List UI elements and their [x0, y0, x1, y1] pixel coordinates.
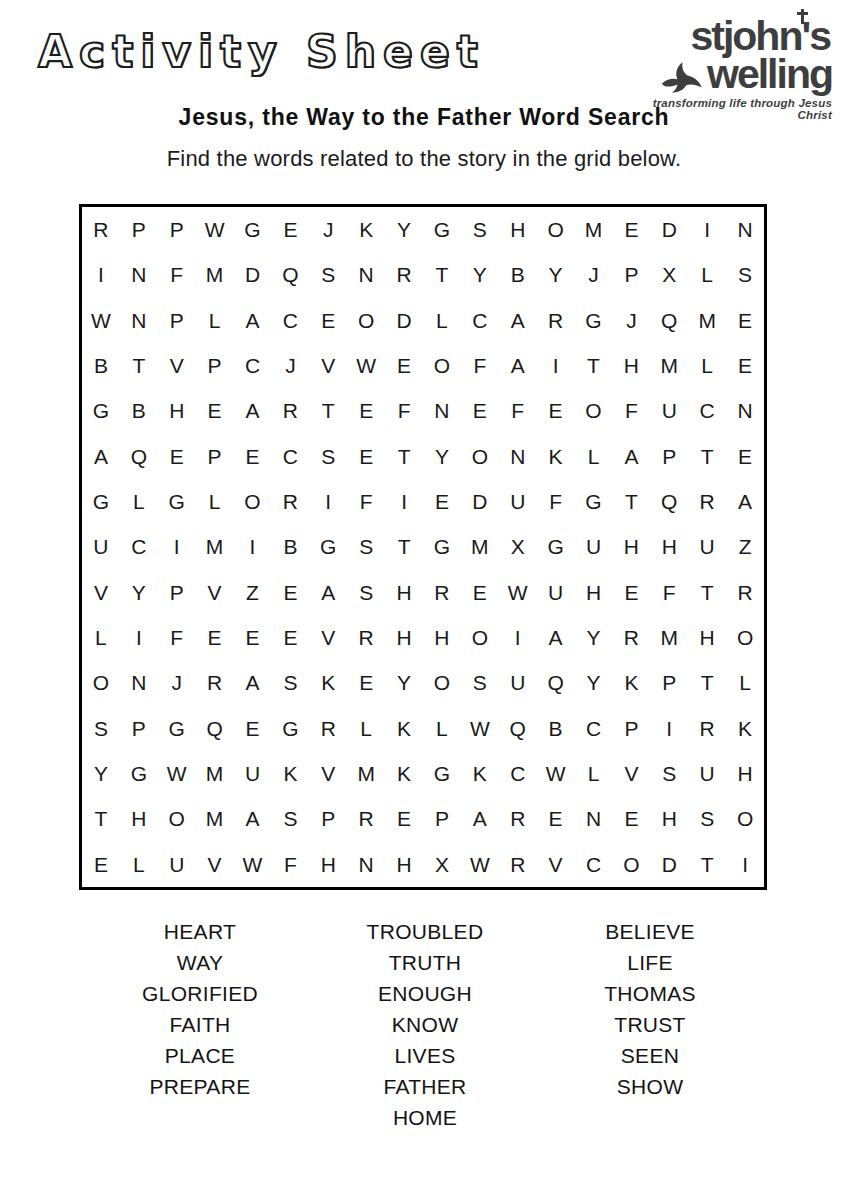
grid-cell-r5c16: U [650, 388, 688, 433]
grid-cell-r8c8: S [347, 524, 385, 569]
grid-cell-r7c18: A [726, 479, 764, 524]
grid-cell-r11c7: K [309, 660, 347, 705]
grid-cell-r5c18: N [726, 388, 764, 433]
grid-cell-r6c18: E [726, 434, 764, 479]
grid-cell-r14c10: P [423, 796, 461, 841]
grid-cell-r9c11: E [461, 570, 499, 615]
grid-cell-r1c9: Y [385, 207, 423, 252]
grid-cell-r15c4: V [196, 842, 234, 887]
grid-cell-r13c16: S [650, 751, 688, 796]
grid-cell-r15c15: O [612, 842, 650, 887]
grid-cell-r7c1: G [82, 479, 120, 524]
grid-cell-r6c6: C [271, 434, 309, 479]
grid-cell-r10c2: I [120, 615, 158, 660]
word-list-column-3: BELIEVELIFETHOMASTRUSTSEENSHOW [510, 916, 790, 1102]
grid-cell-r12c14: C [575, 706, 613, 751]
grid-cell-r5c9: F [385, 388, 423, 433]
grid-cell-r7c8: F [347, 479, 385, 524]
grid-cell-r11c8: E [347, 660, 385, 705]
grid-cell-r4c6: J [271, 343, 309, 388]
grid-cell-r14c4: M [196, 796, 234, 841]
grid-cell-r6c13: K [537, 434, 575, 479]
word-search-grid: RPPWGEJKYGSHOMEDININFMDQSNRTYBYJPXLSWNPL… [79, 204, 767, 890]
grid-cell-r8c16: H [650, 524, 688, 569]
grid-cell-r11c9: Y [385, 660, 423, 705]
word-item-believe: BELIEVE [510, 916, 790, 947]
grid-cell-r14c18: O [726, 796, 764, 841]
grid-cell-r1c16: D [650, 207, 688, 252]
word-item-home: HOME [285, 1102, 565, 1133]
grid-cell-r6c12: N [499, 434, 537, 479]
grid-cell-r6c14: L [575, 434, 613, 479]
grid-cell-r10c11: O [461, 615, 499, 660]
grid-cell-r13c4: M [196, 751, 234, 796]
grid-cell-r10c1: L [82, 615, 120, 660]
word-item-seen: SEEN [510, 1040, 790, 1071]
grid-cell-r8c18: Z [726, 524, 764, 569]
grid-cell-r4c1: B [82, 343, 120, 388]
grid-cell-r4c17: L [688, 343, 726, 388]
grid-cell-r1c10: G [423, 207, 461, 252]
grid-cell-r6c11: O [461, 434, 499, 479]
word-item-thomas: THOMAS [510, 978, 790, 1009]
grid-cell-r13c2: G [120, 751, 158, 796]
grid-cell-r11c11: S [461, 660, 499, 705]
grid-cell-r11c10: O [423, 660, 461, 705]
grid-cell-r14c15: E [612, 796, 650, 841]
logo-name-line1: stjohn's [632, 18, 832, 55]
grid-cell-r5c15: F [612, 388, 650, 433]
grid-cell-r15c2: L [120, 842, 158, 887]
grid-cell-r2c1: I [82, 252, 120, 297]
grid-cell-r13c3: W [158, 751, 196, 796]
grid-cell-r3c14: G [575, 298, 613, 343]
grid-cell-r4c7: V [309, 343, 347, 388]
grid-cell-r9c18: R [726, 570, 764, 615]
grid-cell-r13c10: G [423, 751, 461, 796]
grid-cell-r12c18: K [726, 706, 764, 751]
grid-cell-r6c10: Y [423, 434, 461, 479]
grid-cell-r6c2: Q [120, 434, 158, 479]
grid-cell-r9c6: E [271, 570, 309, 615]
grid-cell-r8c1: U [82, 524, 120, 569]
grid-cell-r10c8: R [347, 615, 385, 660]
grid-cell-r14c8: R [347, 796, 385, 841]
grid-cell-r11c14: Y [575, 660, 613, 705]
grid-cell-r5c1: G [82, 388, 120, 433]
grid-cell-r14c9: E [385, 796, 423, 841]
grid-cell-r10c7: V [309, 615, 347, 660]
grid-cell-r2c18: S [726, 252, 764, 297]
cross-icon [797, 9, 808, 24]
grid-cell-r13c7: V [309, 751, 347, 796]
grid-cell-r13c1: Y [82, 751, 120, 796]
grid-cell-r3c3: P [158, 298, 196, 343]
grid-cell-r1c2: P [120, 207, 158, 252]
grid-cell-r9c4: V [196, 570, 234, 615]
grid-cell-r6c1: A [82, 434, 120, 479]
grid-cell-r14c2: H [120, 796, 158, 841]
grid-cell-r2c7: S [309, 252, 347, 297]
grid-cell-r13c15: V [612, 751, 650, 796]
grid-cell-r7c6: R [271, 479, 309, 524]
grid-cell-r11c16: P [650, 660, 688, 705]
grid-cell-r12c8: L [347, 706, 385, 751]
grid-cell-r1c13: O [537, 207, 575, 252]
grid-cell-r5c17: C [688, 388, 726, 433]
logo-name-line2: welling [632, 55, 832, 94]
grid-cell-r1c4: W [196, 207, 234, 252]
grid-cell-r3c6: C [271, 298, 309, 343]
grid-cell-r7c15: T [612, 479, 650, 524]
grid-cell-r11c18: L [726, 660, 764, 705]
grid-cell-r3c15: J [612, 298, 650, 343]
dove-icon [657, 60, 705, 94]
grid-cell-r14c6: S [271, 796, 309, 841]
grid-cell-r5c6: R [271, 388, 309, 433]
grid-cell-r9c14: H [575, 570, 613, 615]
grid-cell-r15c1: E [82, 842, 120, 887]
grid-cell-r15c17: T [688, 842, 726, 887]
grid-cell-r13c18: H [726, 751, 764, 796]
grid-cell-r13c14: L [575, 751, 613, 796]
grid-cell-r3c17: M [688, 298, 726, 343]
grid-cell-r3c13: R [537, 298, 575, 343]
grid-cell-r14c3: O [158, 796, 196, 841]
grid-cell-r11c17: T [688, 660, 726, 705]
grid-cell-r10c18: O [726, 615, 764, 660]
grid-cell-r6c8: E [347, 434, 385, 479]
grid-cell-r2c3: F [158, 252, 196, 297]
grid-cell-r15c8: N [347, 842, 385, 887]
grid-cell-r4c10: O [423, 343, 461, 388]
grid-cell-r3c1: W [82, 298, 120, 343]
grid-cell-r3c7: E [309, 298, 347, 343]
grid-cell-r1c12: H [499, 207, 537, 252]
grid-cell-r7c3: G [158, 479, 196, 524]
grid-cell-r10c15: R [612, 615, 650, 660]
grid-cell-r2c12: B [499, 252, 537, 297]
grid-cell-r13c8: M [347, 751, 385, 796]
grid-cell-r10c3: F [158, 615, 196, 660]
grid-cell-r4c8: W [347, 343, 385, 388]
grid-cell-r11c15: K [612, 660, 650, 705]
grid-cell-r11c13: Q [537, 660, 575, 705]
grid-cell-r14c16: H [650, 796, 688, 841]
grid-cell-r13c13: W [537, 751, 575, 796]
activity-sheet-page: Activity Sheet stjohn's welling transfor… [0, 0, 848, 1200]
grid-cell-r9c12: W [499, 570, 537, 615]
grid-cell-r7c14: G [575, 479, 613, 524]
grid-cell-r9c1: V [82, 570, 120, 615]
grid-cell-r4c9: E [385, 343, 423, 388]
grid-cell-r3c10: L [423, 298, 461, 343]
grid-cell-r12c4: Q [196, 706, 234, 751]
grid-cell-r14c1: T [82, 796, 120, 841]
grid-cell-r5c7: T [309, 388, 347, 433]
grid-cell-r12c15: P [612, 706, 650, 751]
grid-cell-r2c5: D [234, 252, 272, 297]
grid-cell-r13c17: U [688, 751, 726, 796]
grid-cell-r9c13: U [537, 570, 575, 615]
grid-cell-r8c6: B [271, 524, 309, 569]
grid-cell-r10c9: H [385, 615, 423, 660]
grid-cell-r9c10: R [423, 570, 461, 615]
grid-cell-r8c13: G [537, 524, 575, 569]
grid-cell-r15c9: H [385, 842, 423, 887]
grid-cell-r4c11: F [461, 343, 499, 388]
grid-cell-r8c11: M [461, 524, 499, 569]
grid-cell-r2c14: J [575, 252, 613, 297]
grid-cell-r2c10: T [423, 252, 461, 297]
grid-cell-r11c4: R [196, 660, 234, 705]
grid-cell-r12c1: S [82, 706, 120, 751]
grid-cell-r3c18: E [726, 298, 764, 343]
grid-cell-r15c10: X [423, 842, 461, 887]
grid-cell-r12c2: P [120, 706, 158, 751]
grid-cell-r1c3: P [158, 207, 196, 252]
grid-cell-r9c16: F [650, 570, 688, 615]
grid-cell-r10c17: H [688, 615, 726, 660]
grid-cell-r1c11: S [461, 207, 499, 252]
grid-cell-r7c16: Q [650, 479, 688, 524]
grid-cell-r14c12: R [499, 796, 537, 841]
grid-cell-r12c3: G [158, 706, 196, 751]
grid-cell-r10c10: H [423, 615, 461, 660]
grid-cell-r4c13: I [537, 343, 575, 388]
grid-cell-r15c13: V [537, 842, 575, 887]
grid-cell-r15c14: C [575, 842, 613, 887]
grid-cell-r1c8: K [347, 207, 385, 252]
grid-cell-r4c18: E [726, 343, 764, 388]
grid-cell-r8c12: X [499, 524, 537, 569]
grid-cell-r14c13: E [537, 796, 575, 841]
grid-cell-r2c16: X [650, 252, 688, 297]
grid-cell-r1c6: E [271, 207, 309, 252]
grid-cell-r13c9: K [385, 751, 423, 796]
grid-cell-r14c11: A [461, 796, 499, 841]
grid-cell-r9c15: E [612, 570, 650, 615]
grid-cell-r15c12: R [499, 842, 537, 887]
grid-cell-r7c13: F [537, 479, 575, 524]
grid-cell-r1c18: N [726, 207, 764, 252]
grid-cell-r11c3: J [158, 660, 196, 705]
grid-cell-r5c13: E [537, 388, 575, 433]
grid-cell-r12c11: W [461, 706, 499, 751]
grid-cell-r12c17: R [688, 706, 726, 751]
grid-cell-r8c2: C [120, 524, 158, 569]
grid-cell-r7c2: L [120, 479, 158, 524]
grid-cell-r12c5: E [234, 706, 272, 751]
grid-cell-r2c6: Q [271, 252, 309, 297]
grid-cell-r15c7: H [309, 842, 347, 887]
word-item-life: LIFE [510, 947, 790, 978]
grid-cell-r4c15: H [612, 343, 650, 388]
grid-cell-r10c5: E [234, 615, 272, 660]
grid-cell-r12c10: L [423, 706, 461, 751]
grid-cell-r4c12: A [499, 343, 537, 388]
grid-cell-r8c5: I [234, 524, 272, 569]
grid-cell-r4c2: T [120, 343, 158, 388]
grid-cell-r10c13: A [537, 615, 575, 660]
grid-cell-r1c7: J [309, 207, 347, 252]
word-list: HEARTWAYGLORIFIEDFAITHPLACEPREPARE TROUB… [0, 916, 848, 1146]
grid-cell-r2c2: N [120, 252, 158, 297]
grid-cell-r10c14: Y [575, 615, 613, 660]
grid-cell-r14c17: S [688, 796, 726, 841]
grid-cell-r3c16: Q [650, 298, 688, 343]
grid-cell-r1c5: G [234, 207, 272, 252]
grid-cell-r4c3: V [158, 343, 196, 388]
grid-cell-r7c5: O [234, 479, 272, 524]
grid-cell-r6c5: E [234, 434, 272, 479]
grid-cell-r15c3: U [158, 842, 196, 887]
grid-cell-r6c4: P [196, 434, 234, 479]
grid-cell-r12c9: K [385, 706, 423, 751]
grid-cell-r7c10: E [423, 479, 461, 524]
grid-cell-r15c18: I [726, 842, 764, 887]
grid-cell-r1c14: M [575, 207, 613, 252]
grid-cell-r2c13: Y [537, 252, 575, 297]
grid-cell-r10c12: I [499, 615, 537, 660]
logo-text-welling: welling [707, 51, 832, 97]
grid-cell-r7c4: L [196, 479, 234, 524]
grid-cell-r14c5: A [234, 796, 272, 841]
grid-cell-r13c5: U [234, 751, 272, 796]
grid-cell-r7c11: D [461, 479, 499, 524]
grid-cell-r12c7: R [309, 706, 347, 751]
grid-cell-r10c16: M [650, 615, 688, 660]
grid-cell-r9c9: H [385, 570, 423, 615]
grid-cell-r4c16: M [650, 343, 688, 388]
grid-cell-r1c1: R [82, 207, 120, 252]
grid-cell-r5c14: O [575, 388, 613, 433]
grid-cell-r11c1: O [82, 660, 120, 705]
grid-cell-r8c17: U [688, 524, 726, 569]
grid-cell-r2c15: P [612, 252, 650, 297]
grid-cell-r9c2: Y [120, 570, 158, 615]
grid-cell-r2c11: Y [461, 252, 499, 297]
grid-cell-r5c5: A [234, 388, 272, 433]
grid-cell-r2c9: R [385, 252, 423, 297]
grid-cell-r7c7: I [309, 479, 347, 524]
grid-cell-r9c5: Z [234, 570, 272, 615]
grid-cell-r15c11: W [461, 842, 499, 887]
grid-cell-r8c4: M [196, 524, 234, 569]
grid-cell-r6c16: P [650, 434, 688, 479]
grid-cell-r8c9: T [385, 524, 423, 569]
grid-cell-r5c4: E [196, 388, 234, 433]
grid-cell-r15c16: D [650, 842, 688, 887]
grid-cell-r6c3: E [158, 434, 196, 479]
grid-cell-r8c14: U [575, 524, 613, 569]
grid-cell-r11c12: U [499, 660, 537, 705]
grid-cell-r4c14: T [575, 343, 613, 388]
grid-cell-r8c3: I [158, 524, 196, 569]
grid-cell-r3c12: A [499, 298, 537, 343]
grid-cell-r5c11: E [461, 388, 499, 433]
grid-cell-r12c13: B [537, 706, 575, 751]
grid-cell-r14c7: P [309, 796, 347, 841]
grid-cell-r13c12: C [499, 751, 537, 796]
grid-cell-r4c4: P [196, 343, 234, 388]
grid-cell-r14c14: N [575, 796, 613, 841]
grid-cell-r15c6: F [271, 842, 309, 887]
grid-cell-r3c8: O [347, 298, 385, 343]
grid-cell-r7c12: U [499, 479, 537, 524]
page-title: Jesus, the Way to the Father Word Search [0, 104, 848, 131]
grid-cell-r5c8: E [347, 388, 385, 433]
word-item-trust: TRUST [510, 1009, 790, 1040]
grid-cell-r6c17: T [688, 434, 726, 479]
grid-cell-r8c7: G [309, 524, 347, 569]
grid-cell-r7c17: R [688, 479, 726, 524]
page-subtitle: Find the words related to the story in t… [0, 146, 848, 172]
grid-cell-r9c3: P [158, 570, 196, 615]
grid-cell-r11c6: S [271, 660, 309, 705]
sheet-title: Activity Sheet [38, 26, 485, 77]
grid-cell-r9c17: T [688, 570, 726, 615]
grid-cell-r9c7: A [309, 570, 347, 615]
grid-cell-r12c12: Q [499, 706, 537, 751]
grid-cell-r8c15: H [612, 524, 650, 569]
grid-cell-r9c8: S [347, 570, 385, 615]
grid-cell-r3c9: D [385, 298, 423, 343]
grid-cell-r3c5: A [234, 298, 272, 343]
grid-cell-r4c5: C [234, 343, 272, 388]
grid-cell-r8c10: G [423, 524, 461, 569]
grid-cell-r5c10: N [423, 388, 461, 433]
grid-cell-r6c9: T [385, 434, 423, 479]
grid-cell-r5c12: F [499, 388, 537, 433]
grid-cell-r2c4: M [196, 252, 234, 297]
grid-cell-r10c6: E [271, 615, 309, 660]
grid-cell-r7c9: I [385, 479, 423, 524]
grid-cell-r3c2: N [120, 298, 158, 343]
grid-cell-r12c6: G [271, 706, 309, 751]
grid-cell-r10c4: E [196, 615, 234, 660]
grid-cell-r5c2: B [120, 388, 158, 433]
grid-cell-r13c6: K [271, 751, 309, 796]
grid-cell-r2c17: L [688, 252, 726, 297]
grid-cell-r2c8: N [347, 252, 385, 297]
grid-cell-r1c17: I [688, 207, 726, 252]
grid-cell-r6c7: S [309, 434, 347, 479]
grid-cell-r11c2: N [120, 660, 158, 705]
word-item-show: SHOW [510, 1071, 790, 1102]
grid-cell-r12c16: I [650, 706, 688, 751]
grid-cell-r5c3: H [158, 388, 196, 433]
grid-cell-r3c11: C [461, 298, 499, 343]
grid-cell-r15c5: W [234, 842, 272, 887]
grid-cell-r11c5: A [234, 660, 272, 705]
grid-cell-r3c4: L [196, 298, 234, 343]
grid-cell-r13c11: K [461, 751, 499, 796]
grid-cell-r1c15: E [612, 207, 650, 252]
grid-cell-r6c15: A [612, 434, 650, 479]
